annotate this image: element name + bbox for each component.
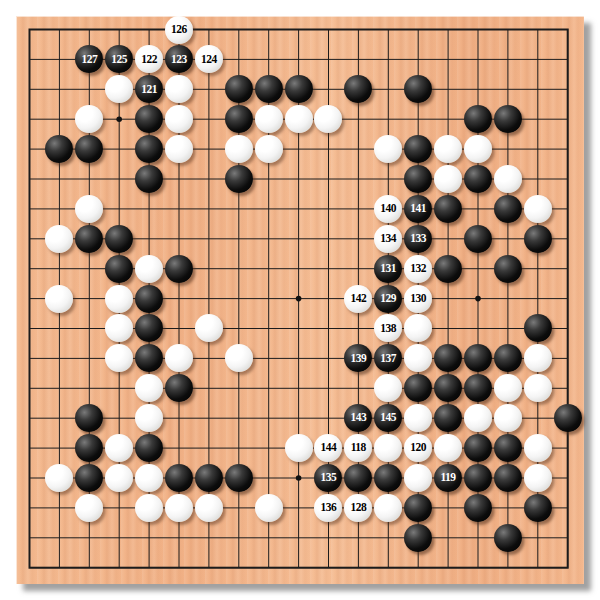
black-stone[interactable]: 139 xyxy=(344,344,372,372)
black-stone[interactable] xyxy=(494,105,522,133)
black-stone[interactable] xyxy=(494,195,522,223)
white-stone[interactable] xyxy=(434,135,462,163)
black-stone[interactable] xyxy=(135,344,163,372)
white-stone[interactable] xyxy=(464,404,492,432)
black-stone[interactable] xyxy=(195,464,223,492)
white-stone[interactable] xyxy=(105,75,133,103)
white-stone[interactable]: 122 xyxy=(135,45,163,73)
white-stone[interactable] xyxy=(314,105,342,133)
white-stone[interactable]: 128 xyxy=(344,494,372,522)
white-stone[interactable] xyxy=(165,344,193,372)
white-stone[interactable] xyxy=(524,195,552,223)
black-stone[interactable] xyxy=(285,75,313,103)
black-stone[interactable] xyxy=(135,285,163,313)
move-number-label: 145 xyxy=(380,412,396,424)
black-stone[interactable] xyxy=(225,165,253,193)
move-number-label: 134 xyxy=(380,233,396,245)
black-stone[interactable] xyxy=(464,165,492,193)
white-stone[interactable] xyxy=(165,75,193,103)
stones-layer: 1261271251221231241211401411341331311321… xyxy=(15,15,583,583)
white-stone[interactable] xyxy=(45,225,73,253)
white-stone[interactable] xyxy=(285,434,313,462)
white-stone[interactable] xyxy=(255,494,283,522)
black-stone[interactable] xyxy=(434,344,462,372)
white-stone[interactable] xyxy=(165,135,193,163)
white-stone[interactable] xyxy=(524,464,552,492)
black-stone[interactable] xyxy=(434,404,462,432)
white-stone[interactable] xyxy=(494,404,522,432)
white-stone[interactable] xyxy=(135,494,163,522)
black-stone[interactable] xyxy=(464,374,492,402)
white-stone[interactable] xyxy=(165,494,193,522)
black-stone[interactable] xyxy=(75,225,103,253)
white-stone[interactable] xyxy=(135,255,163,283)
move-number-label: 130 xyxy=(410,293,426,305)
white-stone[interactable]: 132 xyxy=(404,255,432,283)
white-stone[interactable] xyxy=(404,314,432,342)
move-number-label: 118 xyxy=(351,442,366,454)
move-number-label: 141 xyxy=(410,203,426,215)
move-number-label: 123 xyxy=(171,54,187,66)
black-stone[interactable] xyxy=(225,105,253,133)
black-stone[interactable] xyxy=(434,255,462,283)
black-stone[interactable] xyxy=(75,135,103,163)
black-stone[interactable] xyxy=(344,75,372,103)
black-stone[interactable] xyxy=(255,75,283,103)
white-stone[interactable] xyxy=(374,374,402,402)
move-number-label: 122 xyxy=(141,54,157,66)
black-stone[interactable] xyxy=(434,195,462,223)
black-stone[interactable] xyxy=(434,374,462,402)
white-stone[interactable] xyxy=(195,494,223,522)
go-diagram-page: 1261271251221231241211401411341331311321… xyxy=(0,0,600,600)
white-stone[interactable] xyxy=(75,195,103,223)
black-stone[interactable] xyxy=(374,464,402,492)
white-stone[interactable]: 120 xyxy=(404,434,432,462)
black-stone[interactable]: 135 xyxy=(314,464,342,492)
white-stone[interactable] xyxy=(404,344,432,372)
move-number-label: 144 xyxy=(321,442,337,454)
black-stone[interactable] xyxy=(404,75,432,103)
white-stone[interactable] xyxy=(524,374,552,402)
move-number-label: 127 xyxy=(81,54,97,66)
move-number-label: 137 xyxy=(380,353,396,365)
move-number-label: 121 xyxy=(141,84,157,96)
black-stone[interactable] xyxy=(225,75,253,103)
black-stone[interactable] xyxy=(404,494,432,522)
move-number-label: 129 xyxy=(380,293,396,305)
move-number-label: 120 xyxy=(410,442,426,454)
white-stone[interactable]: 138 xyxy=(374,314,402,342)
white-stone[interactable]: 126 xyxy=(165,16,193,44)
black-stone[interactable] xyxy=(554,404,582,432)
white-stone[interactable] xyxy=(105,314,133,342)
white-stone[interactable] xyxy=(404,464,432,492)
black-stone[interactable] xyxy=(464,494,492,522)
move-number-label: 128 xyxy=(350,502,366,514)
white-stone[interactable] xyxy=(494,374,522,402)
move-number-label: 143 xyxy=(350,412,366,424)
black-stone[interactable]: 125 xyxy=(105,45,133,73)
white-stone[interactable] xyxy=(524,434,552,462)
black-stone[interactable] xyxy=(135,105,163,133)
black-stone[interactable] xyxy=(494,464,522,492)
white-stone[interactable] xyxy=(374,135,402,163)
black-stone[interactable] xyxy=(165,464,193,492)
white-stone[interactable]: 140 xyxy=(374,195,402,223)
black-stone[interactable] xyxy=(344,464,372,492)
black-stone[interactable] xyxy=(105,255,133,283)
white-stone[interactable] xyxy=(135,404,163,432)
white-stone[interactable] xyxy=(105,285,133,313)
white-stone[interactable] xyxy=(255,105,283,133)
white-stone[interactable] xyxy=(285,105,313,133)
black-stone[interactable] xyxy=(464,434,492,462)
black-stone[interactable]: 145 xyxy=(374,404,402,432)
black-stone[interactable] xyxy=(75,434,103,462)
black-stone[interactable] xyxy=(494,524,522,552)
black-stone[interactable] xyxy=(524,494,552,522)
black-stone[interactable] xyxy=(404,135,432,163)
white-stone[interactable]: 142 xyxy=(344,285,372,313)
white-stone[interactable] xyxy=(105,464,133,492)
move-number-label: 139 xyxy=(350,353,366,365)
move-number-label: 119 xyxy=(440,472,455,484)
white-stone[interactable] xyxy=(374,494,402,522)
white-stone[interactable] xyxy=(195,314,223,342)
black-stone[interactable]: 121 xyxy=(135,75,163,103)
white-stone[interactable] xyxy=(105,344,133,372)
white-stone[interactable] xyxy=(75,105,103,133)
black-stone[interactable] xyxy=(225,464,253,492)
black-stone[interactable] xyxy=(135,314,163,342)
white-stone[interactable] xyxy=(494,165,522,193)
black-stone[interactable] xyxy=(464,344,492,372)
black-stone[interactable] xyxy=(464,464,492,492)
white-stone[interactable] xyxy=(434,434,462,462)
black-stone[interactable]: 141 xyxy=(404,195,432,223)
black-stone[interactable]: 123 xyxy=(165,45,193,73)
black-stone[interactable] xyxy=(524,314,552,342)
black-stone[interactable] xyxy=(45,135,73,163)
white-stone[interactable] xyxy=(464,135,492,163)
black-stone[interactable] xyxy=(404,165,432,193)
move-number-label: 142 xyxy=(350,293,366,305)
move-number-label: 140 xyxy=(380,203,396,215)
black-stone[interactable] xyxy=(464,225,492,253)
move-number-label: 133 xyxy=(410,233,426,245)
black-stone[interactable]: 129 xyxy=(374,285,402,313)
white-stone[interactable]: 144 xyxy=(314,434,342,462)
white-stone[interactable] xyxy=(135,464,163,492)
black-stone[interactable] xyxy=(464,105,492,133)
white-stone[interactable] xyxy=(404,404,432,432)
black-stone[interactable] xyxy=(165,374,193,402)
white-stone[interactable] xyxy=(374,434,402,462)
black-stone[interactable] xyxy=(105,225,133,253)
black-stone[interactable]: 127 xyxy=(75,45,103,73)
white-stone[interactable]: 136 xyxy=(314,494,342,522)
white-stone[interactable] xyxy=(135,374,163,402)
black-stone[interactable] xyxy=(135,135,163,163)
move-number-label: 135 xyxy=(321,472,337,484)
white-stone[interactable] xyxy=(75,494,103,522)
white-stone[interactable]: 124 xyxy=(195,45,223,73)
white-stone[interactable]: 134 xyxy=(374,225,402,253)
white-stone[interactable] xyxy=(255,135,283,163)
black-stone[interactable]: 133 xyxy=(404,225,432,253)
black-stone[interactable]: 131 xyxy=(374,255,402,283)
move-number-label: 131 xyxy=(380,263,396,275)
white-stone[interactable] xyxy=(434,165,462,193)
black-stone[interactable]: 137 xyxy=(374,344,402,372)
white-stone[interactable] xyxy=(45,285,73,313)
black-stone[interactable]: 119 xyxy=(434,464,462,492)
black-stone[interactable] xyxy=(75,464,103,492)
white-stone[interactable] xyxy=(225,344,253,372)
move-number-label: 136 xyxy=(321,502,337,514)
move-number-label: 126 xyxy=(171,24,187,36)
move-number-label: 132 xyxy=(410,263,426,275)
white-stone[interactable] xyxy=(45,464,73,492)
white-stone[interactable] xyxy=(225,135,253,163)
black-stone[interactable] xyxy=(165,255,193,283)
move-number-label: 125 xyxy=(111,54,127,66)
white-stone[interactable] xyxy=(165,105,193,133)
black-stone[interactable]: 143 xyxy=(344,404,372,432)
move-number-label: 138 xyxy=(380,323,396,335)
black-stone[interactable] xyxy=(494,344,522,372)
black-stone[interactable] xyxy=(135,165,163,193)
white-stone[interactable] xyxy=(105,434,133,462)
black-stone[interactable] xyxy=(404,524,432,552)
white-stone[interactable]: 130 xyxy=(404,285,432,313)
black-stone[interactable] xyxy=(524,225,552,253)
go-board[interactable]: 1261271251221231241211401411341331311321… xyxy=(16,16,584,584)
black-stone[interactable] xyxy=(494,255,522,283)
white-stone[interactable]: 118 xyxy=(344,434,372,462)
black-stone[interactable] xyxy=(404,374,432,402)
black-stone[interactable] xyxy=(135,434,163,462)
black-stone[interactable] xyxy=(75,404,103,432)
white-stone[interactable] xyxy=(524,344,552,372)
move-number-label: 124 xyxy=(201,54,217,66)
black-stone[interactable] xyxy=(494,434,522,462)
